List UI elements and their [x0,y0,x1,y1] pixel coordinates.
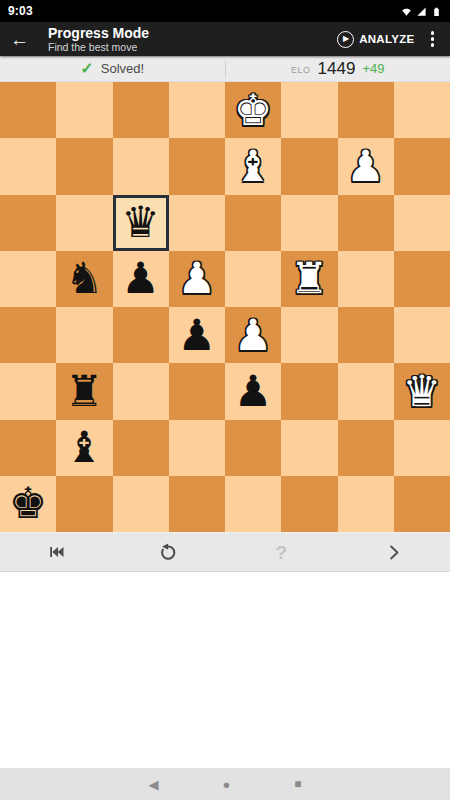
square-h1[interactable] [394,476,450,532]
square-g1[interactable] [338,476,394,532]
battery-icon [431,6,442,17]
square-b1[interactable] [56,476,112,532]
square-d7[interactable] [169,138,225,194]
android-home-icon[interactable]: ● [222,778,230,791]
square-b7[interactable] [56,138,112,194]
square-d1[interactable] [169,476,225,532]
back-arrow-icon[interactable]: ← [10,30,40,49]
play-icon: ▶ [337,31,354,48]
square-h4[interactable] [394,307,450,363]
black-pawn[interactable]: ♟ [234,370,273,413]
square-d5[interactable]: ♟ [169,251,225,307]
overflow-menu-icon[interactable] [425,27,441,51]
square-h6[interactable] [394,195,450,251]
hint-button: ? [253,532,309,572]
page-title: Progress Mode [48,25,337,41]
next-button[interactable] [366,532,422,572]
next-chevron-icon [384,543,403,562]
clock: 9:03 [8,4,33,18]
move-controls-bar: ? [0,532,450,572]
square-g5[interactable] [338,251,394,307]
square-c5[interactable]: ♟ [113,251,169,307]
square-b5[interactable]: ♞ [56,251,112,307]
square-c2[interactable] [113,420,169,476]
skip-to-start-icon [46,542,66,562]
square-e5[interactable] [225,251,281,307]
android-nav-bar: ◀ ● ■ [0,768,450,800]
status-bar: 9:03 [0,0,450,22]
black-rook[interactable]: ♜ [65,370,104,413]
black-bishop[interactable]: ♝ [65,426,104,469]
white-king[interactable]: ♚ [234,89,273,132]
square-g7[interactable]: ♟ [338,138,394,194]
square-f6[interactable] [281,195,337,251]
square-h7[interactable] [394,138,450,194]
square-f4[interactable] [281,307,337,363]
square-a5[interactable] [0,251,56,307]
square-a6[interactable] [0,195,56,251]
square-c6[interactable]: ♛ [113,195,169,251]
square-e1[interactable] [225,476,281,532]
result-bar: ✓ Solved! ELO 1449 +49 [0,56,450,82]
square-e7[interactable]: ♝ [225,138,281,194]
black-pawn[interactable]: ♟ [121,257,160,300]
chess-board[interactable]: ♚♝♟♛♞♟♟♜♟♟♜♟♛♝♚ [0,82,450,532]
square-a1[interactable]: ♚ [0,476,56,532]
page-subtitle: Find the best move [48,41,337,54]
solved-label: Solved! [101,61,144,76]
square-a7[interactable] [0,138,56,194]
square-c7[interactable] [113,138,169,194]
square-a3[interactable] [0,363,56,419]
square-h3[interactable]: ♛ [394,363,450,419]
square-b2[interactable]: ♝ [56,420,112,476]
status-icons [401,6,442,17]
android-recents-icon[interactable]: ■ [294,778,301,790]
white-pawn[interactable]: ♟ [234,314,273,357]
square-f5[interactable]: ♜ [281,251,337,307]
elo-delta: +49 [362,61,384,76]
square-g4[interactable] [338,307,394,363]
elo-value: 1449 [318,59,356,79]
square-g3[interactable] [338,363,394,419]
square-f2[interactable] [281,420,337,476]
square-f8[interactable] [281,82,337,138]
square-b8[interactable] [56,82,112,138]
square-h2[interactable] [394,420,450,476]
square-a2[interactable] [0,420,56,476]
white-bishop[interactable]: ♝ [234,145,273,188]
square-e2[interactable] [225,420,281,476]
square-b6[interactable] [56,195,112,251]
wifi-icon [401,6,412,17]
square-c4[interactable] [113,307,169,363]
skip-to-start-button[interactable] [28,532,84,572]
content-area [0,572,450,768]
app-bar: ← Progress Mode Find the best move ▶ ANA… [0,22,450,56]
square-d6[interactable] [169,195,225,251]
square-e6[interactable] [225,195,281,251]
hint-question-icon: ? [275,543,287,562]
black-queen[interactable]: ♛ [121,201,160,244]
square-e4[interactable]: ♟ [225,307,281,363]
square-c3[interactable] [113,363,169,419]
square-f3[interactable] [281,363,337,419]
analyze-button[interactable]: ▶ ANALYZE [337,31,414,48]
white-pawn[interactable]: ♟ [346,145,385,188]
square-d8[interactable] [169,82,225,138]
elo-label: ELO [291,65,311,75]
square-d2[interactable] [169,420,225,476]
signal-icon [416,6,427,17]
square-g2[interactable] [338,420,394,476]
square-e8[interactable]: ♚ [225,82,281,138]
white-queen[interactable]: ♛ [403,370,442,413]
square-g8[interactable] [338,82,394,138]
square-h8[interactable] [394,82,450,138]
title-block: Progress Mode Find the best move [48,25,337,54]
square-g6[interactable] [338,195,394,251]
square-c8[interactable] [113,82,169,138]
black-knight[interactable]: ♞ [65,257,104,300]
undo-button[interactable] [141,532,197,572]
square-c1[interactable] [113,476,169,532]
check-icon: ✓ [80,61,93,77]
square-f7[interactable] [281,138,337,194]
white-rook[interactable]: ♜ [290,257,329,300]
square-a8[interactable] [0,82,56,138]
white-pawn[interactable]: ♟ [178,257,217,300]
square-e3[interactable]: ♟ [225,363,281,419]
solved-status: ✓ Solved! [0,61,225,77]
analyze-label: ANALYZE [359,33,414,45]
square-d4[interactable]: ♟ [169,307,225,363]
black-king[interactable]: ♚ [9,482,48,525]
square-h5[interactable] [394,251,450,307]
android-back-icon[interactable]: ◀ [148,778,158,791]
black-pawn[interactable]: ♟ [178,314,217,357]
elo-status: ELO 1449 +49 [226,59,450,79]
undo-icon [158,542,179,563]
square-b3[interactable]: ♜ [56,363,112,419]
square-a4[interactable] [0,307,56,363]
square-b4[interactable] [56,307,112,363]
square-d3[interactable] [169,363,225,419]
square-f1[interactable] [281,476,337,532]
